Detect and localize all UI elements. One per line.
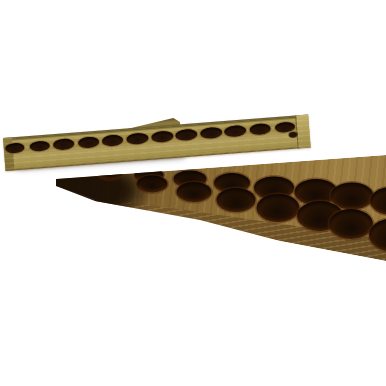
rear-pit-11 [249, 122, 271, 135]
rear-board-right-end [295, 115, 310, 149]
front-front-pit-2 [177, 182, 212, 202]
wood-knot-spot [288, 131, 297, 138]
rear-pit-10 [224, 124, 247, 137]
rear-pit-4 [78, 136, 100, 149]
rear-pit-2 [29, 140, 50, 152]
front-mancala-board [0, 0, 386, 386]
front-front-pit-6 [329, 209, 373, 239]
rear-pit-3 [53, 138, 75, 151]
rear-pit-5 [102, 134, 124, 147]
photo-group [0, 0, 386, 386]
front-front-pit-4 [257, 194, 300, 222]
front-back-pit-1 [97, 167, 123, 180]
rear-pit-8 [175, 128, 198, 141]
rear-pit-9 [200, 126, 223, 139]
front-front-pit-3 [217, 188, 256, 212]
rear-board-pits [3, 115, 308, 138]
rear-pit-6 [126, 132, 149, 145]
front-board-left-shadow [34, 164, 150, 222]
rear-pit-7 [151, 130, 174, 143]
front-front-pit-1 [137, 176, 168, 193]
mancala-boards-photo [0, 0, 386, 386]
rear-pit-1 [5, 142, 25, 153]
